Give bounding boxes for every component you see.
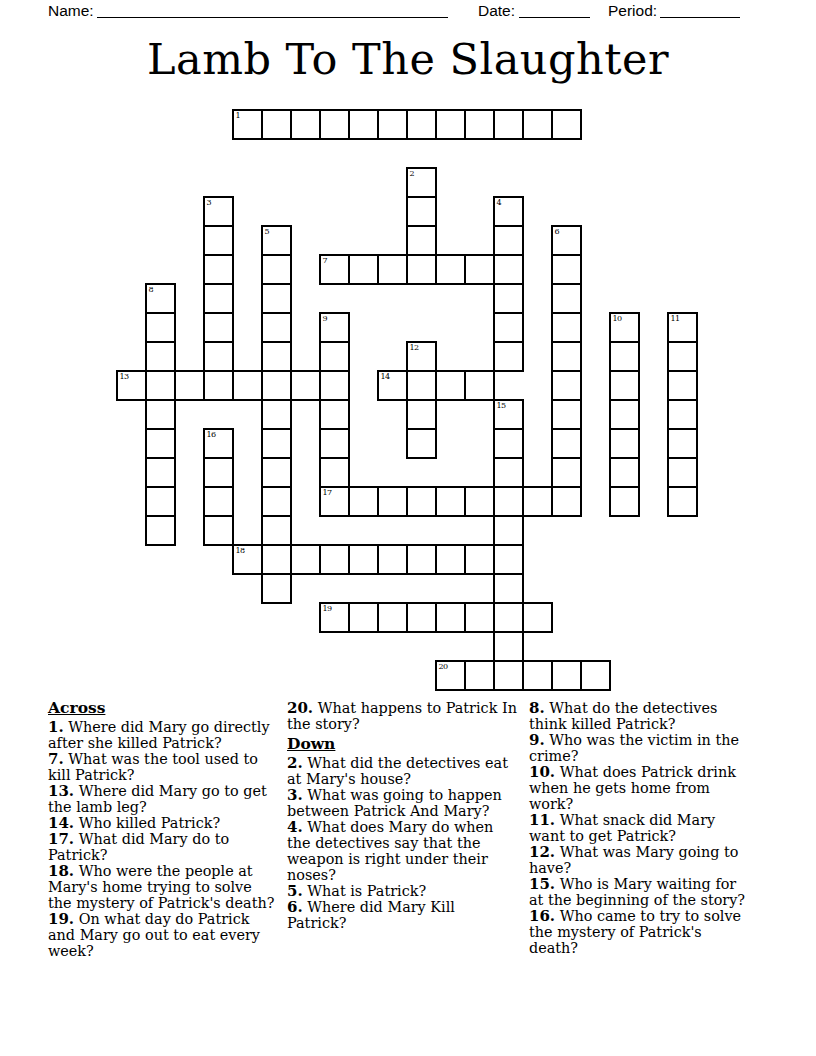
grid-cell[interactable]: 18 xyxy=(232,544,263,575)
clue-text: What was going to happen between Patrick… xyxy=(287,787,502,819)
grid-cell[interactable]: 1 xyxy=(232,109,263,140)
grid-cell[interactable] xyxy=(435,370,466,401)
grid-cell[interactable]: 20 xyxy=(435,660,466,691)
grid-cell[interactable] xyxy=(493,573,524,604)
across-header: Across xyxy=(48,700,276,716)
clue-number: 11. xyxy=(529,811,555,829)
grid-cell[interactable] xyxy=(319,457,350,488)
grid-cell[interactable] xyxy=(348,254,379,285)
grid-cell-number: 10 xyxy=(613,314,622,323)
grid-cell[interactable] xyxy=(493,225,524,256)
grid-cell[interactable] xyxy=(261,399,292,430)
grid-cell[interactable] xyxy=(261,515,292,546)
grid-cell[interactable] xyxy=(348,109,379,140)
grid-cell[interactable] xyxy=(406,370,437,401)
puzzle-title: Lamb To The Slaughter xyxy=(0,34,816,84)
grid-cell-number: 5 xyxy=(265,227,270,236)
grid-cell[interactable] xyxy=(348,486,379,517)
clues-column-3: 8. What do the detectives think killed P… xyxy=(529,700,755,956)
grid-cell[interactable] xyxy=(406,254,437,285)
crossword-grid: 1234567891011121314151617181920 xyxy=(116,109,700,693)
grid-cell[interactable] xyxy=(377,254,408,285)
grid-cell-number: 17 xyxy=(323,488,332,497)
clue-13: 13. Where did Mary go to get the lamb le… xyxy=(48,783,276,815)
grid-cell[interactable]: 6 xyxy=(551,225,582,256)
grid-cell[interactable] xyxy=(261,254,292,285)
clue-number: 9. xyxy=(529,731,545,749)
grid-cell[interactable] xyxy=(609,486,640,517)
clue-number: 17. xyxy=(48,830,74,848)
grid-cell[interactable] xyxy=(290,370,321,401)
clue-number: 8. xyxy=(529,699,545,717)
clue-11: 11. What snack did Mary want to get Patr… xyxy=(529,812,755,844)
grid-cell-number: 16 xyxy=(207,430,216,439)
grid-cell[interactable] xyxy=(377,544,408,575)
grid-cell[interactable] xyxy=(580,660,611,691)
clue-16: 16. Who came to try to solve the mystery… xyxy=(529,908,755,956)
grid-cell[interactable] xyxy=(435,109,466,140)
grid-cell-number: 4 xyxy=(497,198,502,207)
clue-1: 1. Where did Mary go directly after she … xyxy=(48,719,276,751)
grid-cell[interactable] xyxy=(667,428,698,459)
grid-cell[interactable] xyxy=(145,399,176,430)
grid-cell[interactable] xyxy=(609,457,640,488)
grid-cell[interactable] xyxy=(203,254,234,285)
clue-19: 19. On what day do Patrick and Mary go o… xyxy=(48,911,276,959)
clue-text: Who were the people at Mary's home tryin… xyxy=(48,863,274,911)
clue-4: 4. What does Mary do when the detectives… xyxy=(287,819,517,883)
clue-text: What is Patrick? xyxy=(303,883,427,899)
grid-cell[interactable] xyxy=(551,399,582,430)
clue-number: 15. xyxy=(529,875,555,893)
period-blank-line[interactable] xyxy=(660,3,740,18)
grid-cell-number: 18 xyxy=(236,546,245,555)
across-clues-part1: 1. Where did Mary go directly after she … xyxy=(48,719,276,959)
clue-text: What do the detectives think killed Patr… xyxy=(529,700,717,732)
clue-17: 17. What did Mary do to Patrick? xyxy=(48,831,276,863)
grid-cell[interactable] xyxy=(493,312,524,343)
grid-cell[interactable]: 12 xyxy=(406,341,437,372)
grid-cell[interactable] xyxy=(203,341,234,372)
grid-cell[interactable] xyxy=(203,225,234,256)
clues-column-1: Across 1. Where did Mary go directly aft… xyxy=(48,700,276,959)
grid-cell[interactable] xyxy=(406,196,437,227)
name-label: Name: xyxy=(48,2,94,20)
grid-cell-number: 2 xyxy=(410,169,415,178)
grid-cell[interactable]: 4 xyxy=(493,196,524,227)
grid-cell[interactable] xyxy=(261,283,292,314)
date-blank-line[interactable] xyxy=(519,3,590,18)
grid-cell-number: 11 xyxy=(671,314,680,323)
grid-cell[interactable]: 11 xyxy=(667,312,698,343)
grid-cell[interactable] xyxy=(464,486,495,517)
clue-8: 8. What do the detectives think killed P… xyxy=(529,700,755,732)
name-blank-line[interactable] xyxy=(97,3,448,18)
grid-cell[interactable] xyxy=(667,370,698,401)
grid-cell[interactable] xyxy=(464,109,495,140)
clue-3: 3. What was going to happen between Patr… xyxy=(287,787,517,819)
grid-cell-number: 20 xyxy=(439,662,448,671)
grid-cell[interactable]: 16 xyxy=(203,428,234,459)
grid-cell-number: 15 xyxy=(497,401,506,410)
grid-cell[interactable]: 14 xyxy=(377,370,408,401)
grid-cell[interactable] xyxy=(493,254,524,285)
clue-text: Who came to try to solve the mystery of … xyxy=(529,908,741,956)
grid-cell[interactable] xyxy=(522,486,553,517)
clue-7: 7. What was the tool used to kill Patric… xyxy=(48,751,276,783)
grid-cell[interactable] xyxy=(551,341,582,372)
grid-cell[interactable] xyxy=(493,428,524,459)
clue-text: Where did Mary go to get the lamb leg? xyxy=(48,783,267,815)
grid-cell[interactable] xyxy=(464,254,495,285)
clue-number: 18. xyxy=(48,862,74,880)
grid-cell[interactable] xyxy=(551,457,582,488)
clue-text: Who is Mary waiting for at the beginning… xyxy=(529,876,745,908)
grid-cell[interactable] xyxy=(551,370,582,401)
grid-cell[interactable] xyxy=(493,283,524,314)
grid-cell[interactable] xyxy=(261,457,292,488)
grid-cell[interactable] xyxy=(261,312,292,343)
clue-number: 16. xyxy=(529,907,555,925)
grid-cell[interactable] xyxy=(145,515,176,546)
grid-cell[interactable] xyxy=(551,254,582,285)
clue-text: Where did Mary Kill Patrick? xyxy=(287,899,455,931)
across-clues-part2: 20. What happens to Patrick In the story… xyxy=(287,700,517,732)
grid-cell[interactable] xyxy=(435,544,466,575)
grid-cell[interactable] xyxy=(261,109,292,140)
grid-cell[interactable] xyxy=(522,109,553,140)
grid-cell[interactable] xyxy=(493,544,524,575)
grid-cell[interactable] xyxy=(551,312,582,343)
clue-number: 10. xyxy=(529,763,555,781)
grid-cell-number: 1 xyxy=(236,111,241,120)
clue-number: 1. xyxy=(48,718,64,736)
grid-cell[interactable]: 7 xyxy=(319,254,350,285)
grid-cell[interactable] xyxy=(406,399,437,430)
clue-text: What happens to Patrick In the story? xyxy=(287,700,517,732)
clue-text: What was Mary going to have? xyxy=(529,844,738,876)
grid-cell[interactable]: 5 xyxy=(261,225,292,256)
grid-cell[interactable] xyxy=(551,109,582,140)
grid-cell[interactable] xyxy=(261,341,292,372)
grid-cell[interactable] xyxy=(203,283,234,314)
grid-cell[interactable] xyxy=(522,602,553,633)
grid-cell[interactable] xyxy=(290,109,321,140)
down-clues-part2: 8. What do the detectives think killed P… xyxy=(529,700,755,956)
grid-cell[interactable]: 13 xyxy=(116,370,147,401)
grid-cell[interactable] xyxy=(232,370,263,401)
grid-cell[interactable] xyxy=(145,428,176,459)
clue-2: 2. What did the detectives eat at Mary's… xyxy=(287,755,517,787)
grid-cell-number: 12 xyxy=(410,343,419,352)
grid-cell[interactable] xyxy=(493,515,524,546)
clue-text: On what day do Patrick and Mary go out t… xyxy=(48,911,260,959)
clue-text: Who was the victim in the crime? xyxy=(529,732,739,764)
grid-cell[interactable] xyxy=(609,341,640,372)
grid-cell[interactable] xyxy=(319,370,350,401)
grid-cell[interactable]: 10 xyxy=(609,312,640,343)
grid-cell-number: 19 xyxy=(323,604,332,613)
grid-cell[interactable] xyxy=(406,109,437,140)
grid-cell[interactable] xyxy=(145,457,176,488)
clue-text: What does Patrick drink when he gets hom… xyxy=(529,764,736,812)
grid-cell[interactable]: 2 xyxy=(406,167,437,198)
grid-cell[interactable] xyxy=(464,602,495,633)
clue-14: 14. Who killed Patrick? xyxy=(48,815,276,831)
clue-number: 6. xyxy=(287,898,303,916)
grid-cell[interactable] xyxy=(551,428,582,459)
grid-cell[interactable] xyxy=(203,486,234,517)
clue-text: What does Mary do when the detectives sa… xyxy=(287,819,493,883)
grid-cell[interactable] xyxy=(203,457,234,488)
clue-number: 4. xyxy=(287,818,303,836)
clue-text: What did the detectives eat at Mary's ho… xyxy=(287,755,508,787)
grid-cell[interactable] xyxy=(203,370,234,401)
clue-number: 20. xyxy=(287,699,313,717)
clues-column-2: 20. What happens to Patrick In the story… xyxy=(287,700,517,931)
grid-cell[interactable] xyxy=(551,660,582,691)
clue-number: 19. xyxy=(48,910,74,928)
grid-cell[interactable] xyxy=(435,486,466,517)
clue-number: 12. xyxy=(529,843,555,861)
clue-9: 9. Who was the victim in the crime? xyxy=(529,732,755,764)
period-label: Period: xyxy=(608,2,657,20)
grid-cell[interactable]: 19 xyxy=(319,602,350,633)
grid-cell[interactable] xyxy=(551,486,582,517)
grid-cell[interactable]: 3 xyxy=(203,196,234,227)
clue-15: 15. Who is Mary waiting for at the begin… xyxy=(529,876,755,908)
grid-cell[interactable] xyxy=(493,631,524,662)
grid-cell[interactable] xyxy=(319,109,350,140)
grid-cell[interactable]: 15 xyxy=(493,399,524,430)
grid-cell[interactable] xyxy=(435,254,466,285)
clue-number: 13. xyxy=(48,782,74,800)
grid-cell[interactable] xyxy=(609,370,640,401)
grid-cell[interactable] xyxy=(319,544,350,575)
grid-cell[interactable] xyxy=(203,312,234,343)
grid-cell[interactable] xyxy=(261,544,292,575)
grid-cell[interactable] xyxy=(145,312,176,343)
grid-cell[interactable] xyxy=(348,544,379,575)
grid-cell[interactable] xyxy=(406,486,437,517)
grid-cell[interactable] xyxy=(261,370,292,401)
clue-text: What was the tool used to kill Patrick? xyxy=(48,751,258,783)
down-header: Down xyxy=(287,736,517,752)
grid-cell[interactable] xyxy=(406,225,437,256)
grid-cell[interactable]: 8 xyxy=(145,283,176,314)
grid-cell[interactable] xyxy=(464,660,495,691)
grid-cell[interactable] xyxy=(261,486,292,517)
grid-cell[interactable] xyxy=(493,660,524,691)
grid-cell[interactable] xyxy=(667,457,698,488)
clue-text: What snack did Mary want to get Patrick? xyxy=(529,812,715,844)
grid-cell[interactable] xyxy=(667,486,698,517)
grid-cell[interactable] xyxy=(435,602,466,633)
grid-cell[interactable] xyxy=(551,283,582,314)
grid-cell[interactable] xyxy=(319,428,350,459)
clue-number: 2. xyxy=(287,754,303,772)
grid-cell-number: 6 xyxy=(555,227,560,236)
grid-cell-number: 3 xyxy=(207,198,212,207)
clue-number: 7. xyxy=(48,750,64,768)
grid-cell-number: 8 xyxy=(149,285,154,294)
grid-cell[interactable] xyxy=(464,544,495,575)
grid-cell[interactable] xyxy=(464,370,495,401)
grid-cell[interactable] xyxy=(348,602,379,633)
grid-cell-number: 14 xyxy=(381,372,390,381)
clue-text: Where did Mary go directly after she kil… xyxy=(48,719,270,751)
grid-cell[interactable] xyxy=(493,602,524,633)
grid-cell[interactable]: 17 xyxy=(319,486,350,517)
grid-cell-number: 7 xyxy=(323,256,328,265)
grid-cell[interactable] xyxy=(493,486,524,517)
down-clues-part1: 2. What did the detectives eat at Mary's… xyxy=(287,755,517,931)
grid-cell[interactable] xyxy=(493,457,524,488)
grid-cell[interactable] xyxy=(406,602,437,633)
grid-cell[interactable] xyxy=(145,370,176,401)
clue-5: 5. What is Patrick? xyxy=(287,883,517,899)
grid-cell[interactable] xyxy=(203,515,234,546)
grid-cell[interactable] xyxy=(609,428,640,459)
grid-cell[interactable] xyxy=(377,602,408,633)
grid-cell[interactable] xyxy=(145,341,176,372)
grid-cell[interactable] xyxy=(319,341,350,372)
clue-10: 10. What does Patrick drink when he gets… xyxy=(529,764,755,812)
grid-cell-number: 9 xyxy=(323,314,328,323)
grid-cell[interactable] xyxy=(522,660,553,691)
grid-cell[interactable]: 9 xyxy=(319,312,350,343)
grid-cell[interactable] xyxy=(667,341,698,372)
clue-12: 12. What was Mary going to have? xyxy=(529,844,755,876)
grid-cell[interactable] xyxy=(493,109,524,140)
date-label: Date: xyxy=(478,2,515,20)
clue-6: 6. Where did Mary Kill Patrick? xyxy=(287,899,517,931)
grid-cell-number: 13 xyxy=(120,372,129,381)
grid-cell[interactable] xyxy=(377,109,408,140)
clue-20: 20. What happens to Patrick In the story… xyxy=(287,700,517,732)
grid-cell[interactable] xyxy=(261,573,292,604)
grid-cell[interactable] xyxy=(290,544,321,575)
grid-cell[interactable] xyxy=(261,428,292,459)
clue-text: Who killed Patrick? xyxy=(74,815,220,831)
clue-text: What did Mary do to Patrick? xyxy=(48,831,229,863)
grid-cell[interactable] xyxy=(609,399,640,430)
grid-cell[interactable] xyxy=(667,399,698,430)
grid-cell[interactable] xyxy=(406,428,437,459)
grid-cell[interactable] xyxy=(406,544,437,575)
grid-cell[interactable] xyxy=(145,486,176,517)
grid-cell[interactable] xyxy=(493,341,524,372)
grid-cell[interactable] xyxy=(377,486,408,517)
grid-cell[interactable] xyxy=(319,399,350,430)
clue-18: 18. Who were the people at Mary's home t… xyxy=(48,863,276,911)
grid-cell[interactable] xyxy=(174,370,205,401)
clue-number: 3. xyxy=(287,786,303,804)
